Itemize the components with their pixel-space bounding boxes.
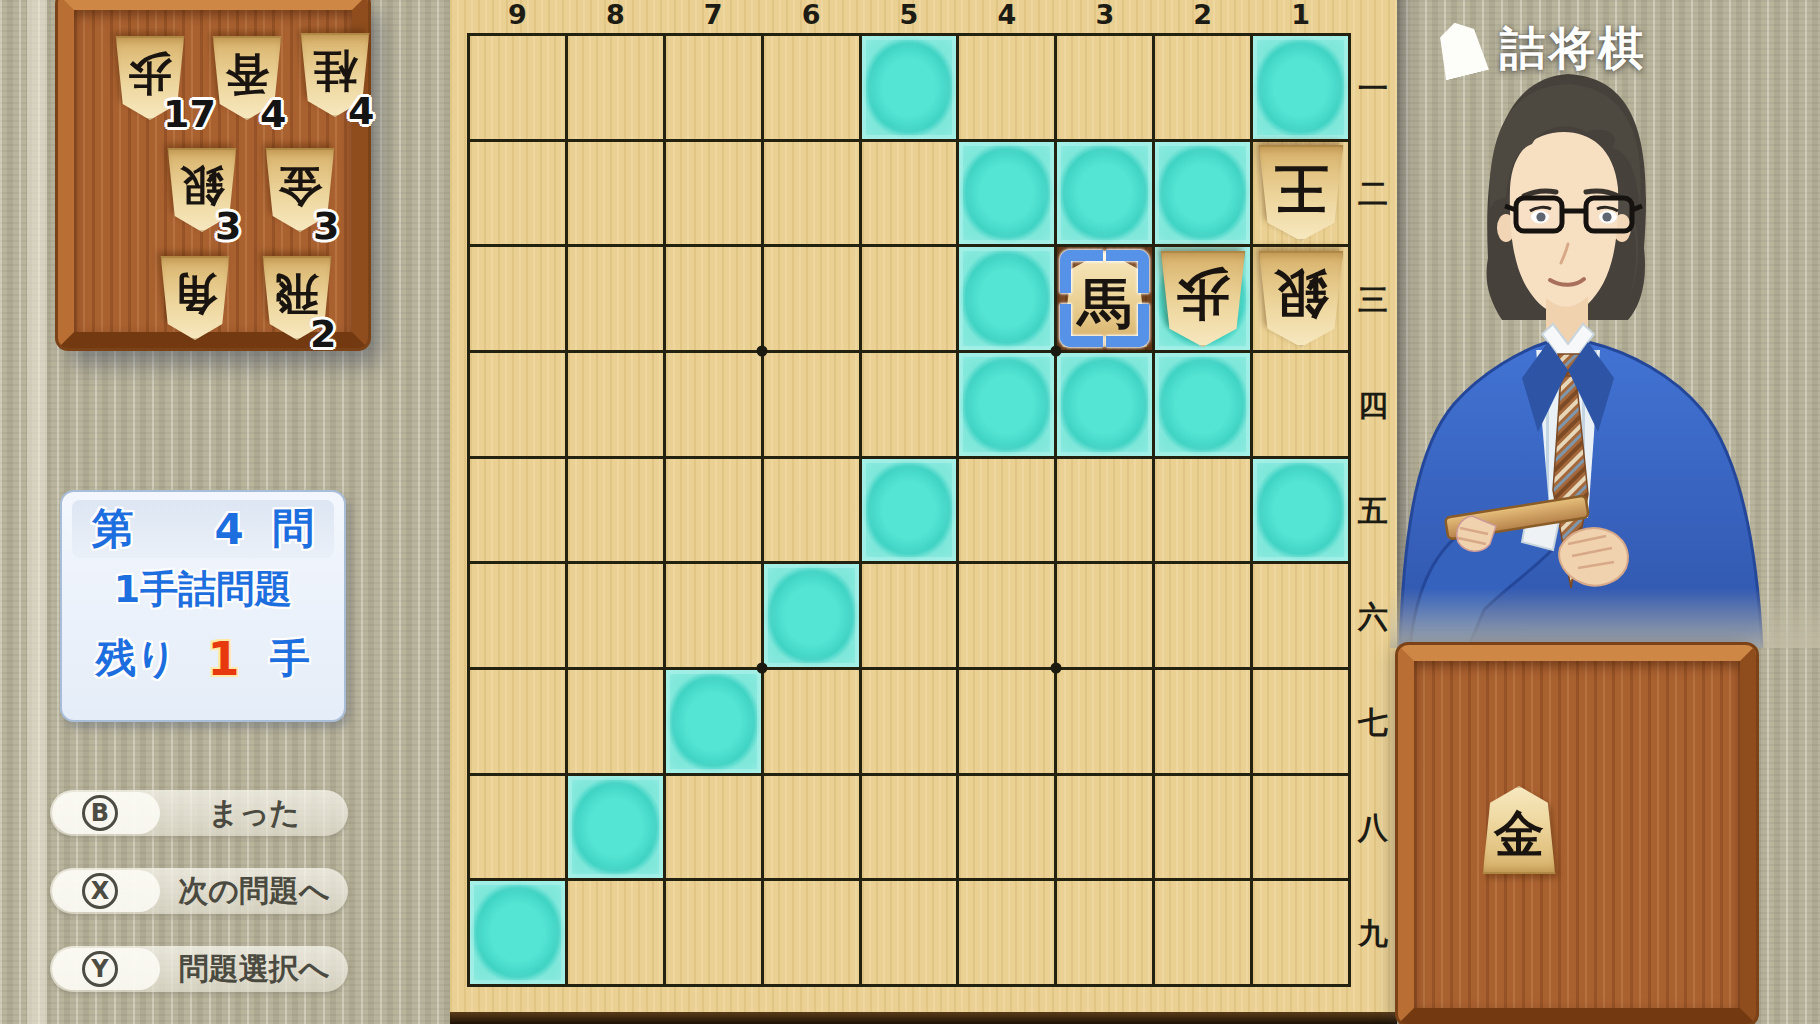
square-2-2[interactable]: [1155, 142, 1250, 245]
sente-promoted-bishop-piece[interactable]: 馬: [1062, 251, 1148, 347]
square-5-7[interactable]: [862, 670, 957, 773]
square-7-1[interactable]: [666, 36, 761, 139]
square-7-9[interactable]: [666, 881, 761, 984]
square-8-9[interactable]: [568, 881, 663, 984]
square-6-9[interactable]: [764, 881, 859, 984]
square-4-7[interactable]: [959, 670, 1054, 773]
square-8-7[interactable]: [568, 670, 663, 773]
square-5-3[interactable]: [862, 247, 957, 350]
square-7-6[interactable]: [666, 564, 761, 667]
file-label-7: 7: [704, 0, 723, 30]
square-3-3[interactable]: 馬: [1057, 247, 1152, 350]
square-4-1[interactable]: [959, 36, 1054, 139]
square-6-5[interactable]: [764, 459, 859, 562]
square-7-4[interactable]: [666, 353, 761, 456]
square-4-4[interactable]: [959, 353, 1054, 456]
square-9-6[interactable]: [470, 564, 565, 667]
square-5-1[interactable]: [862, 36, 957, 139]
square-8-2[interactable]: [568, 142, 663, 245]
file-label-5: 5: [900, 0, 919, 30]
square-8-8[interactable]: [568, 776, 663, 879]
square-8-3[interactable]: [568, 247, 663, 350]
square-2-1[interactable]: [1155, 36, 1250, 139]
problem-select-button-label: 問題選択へ: [168, 946, 340, 992]
rank-label-1: 一: [1358, 68, 1388, 109]
gamepad-x-icon: X: [82, 873, 118, 909]
rank-label-8: 八: [1358, 808, 1388, 849]
problem-type: 1手詰問題: [62, 564, 344, 615]
square-4-2[interactable]: [959, 142, 1054, 245]
square-8-6[interactable]: [568, 564, 663, 667]
background-light-band: [27, 0, 47, 1024]
gote-silver-piece: 銀: [1258, 251, 1344, 347]
square-3-1[interactable]: [1057, 36, 1152, 139]
problem-number-line: 第 4 問: [72, 500, 334, 558]
remaining-label: 残り: [96, 631, 177, 686]
square-3-6[interactable]: [1057, 564, 1152, 667]
rank-label-2: 二: [1358, 174, 1388, 215]
square-7-8[interactable]: [666, 776, 761, 879]
board-edge: [450, 1012, 1397, 1024]
undo-button-label: まった: [168, 790, 340, 836]
next-problem-button-label: 次の問題へ: [168, 868, 340, 914]
board-star-point: [1050, 663, 1061, 674]
square-1-6[interactable]: [1253, 564, 1348, 667]
rank-label-9: 九: [1358, 914, 1388, 955]
square-8-4[interactable]: [568, 353, 663, 456]
sente-hand-tray: [1398, 645, 1756, 1024]
square-1-5[interactable]: [1253, 459, 1348, 562]
problem-select-button[interactable]: Y 問題選択へ: [50, 946, 348, 992]
rank-label-4: 四: [1358, 385, 1388, 426]
square-1-9[interactable]: [1253, 881, 1348, 984]
square-6-8[interactable]: [764, 776, 859, 879]
app-title-text: 詰将棋: [1500, 18, 1647, 80]
shogi-board: 王馬歩銀: [467, 33, 1351, 987]
square-3-5[interactable]: [1057, 459, 1152, 562]
presenter-illustration: [1390, 48, 1820, 648]
square-6-3[interactable]: [764, 247, 859, 350]
square-9-2[interactable]: [470, 142, 565, 245]
gamepad-y-icon: Y: [82, 951, 118, 987]
tsume-shogi-screen: 王馬歩銀 987654321一二三四五六七八九: [0, 0, 1820, 1024]
square-2-4[interactable]: [1155, 353, 1250, 456]
file-label-9: 9: [508, 0, 527, 30]
file-label-3: 3: [1095, 0, 1114, 30]
app-title: 詰将棋: [1438, 18, 1647, 80]
square-9-1[interactable]: [470, 36, 565, 139]
gote-pawn-piece: 歩: [1160, 251, 1246, 347]
rank-label-7: 七: [1358, 702, 1388, 743]
problem-prefix: 第: [92, 501, 134, 557]
rank-label-6: 六: [1358, 597, 1388, 638]
file-label-4: 4: [997, 0, 1016, 30]
next-problem-button[interactable]: X 次の問題へ: [50, 868, 348, 914]
square-9-8[interactable]: [470, 776, 565, 879]
square-9-7[interactable]: [470, 670, 565, 773]
square-6-1[interactable]: [764, 36, 859, 139]
square-3-7[interactable]: [1057, 670, 1152, 773]
square-3-9[interactable]: [1057, 881, 1152, 984]
square-1-3[interactable]: 銀: [1253, 247, 1348, 350]
board-star-point: [1050, 346, 1061, 357]
square-2-7[interactable]: [1155, 670, 1250, 773]
square-6-7[interactable]: [764, 670, 859, 773]
file-label-1: 1: [1291, 0, 1310, 30]
rank-label-3: 三: [1358, 280, 1388, 321]
square-2-9[interactable]: [1155, 881, 1250, 984]
square-2-8[interactable]: [1155, 776, 1250, 879]
square-1-8[interactable]: [1253, 776, 1348, 879]
gote-hand-bishop: 角: [160, 256, 230, 340]
square-3-2[interactable]: [1057, 142, 1152, 245]
square-9-4[interactable]: [470, 353, 565, 456]
square-4-5[interactable]: [959, 459, 1054, 562]
file-label-8: 8: [606, 0, 625, 30]
remaining-value: 1: [207, 632, 239, 686]
square-4-3[interactable]: [959, 247, 1054, 350]
square-5-5[interactable]: [862, 459, 957, 562]
square-8-1[interactable]: [568, 36, 663, 139]
square-1-1[interactable]: [1253, 36, 1348, 139]
problem-number: 4: [214, 505, 243, 554]
square-6-4[interactable]: [764, 353, 859, 456]
square-9-5[interactable]: [470, 459, 565, 562]
square-7-5[interactable]: [666, 459, 761, 562]
shogi-piece-icon: [1432, 17, 1490, 81]
square-4-9[interactable]: [959, 881, 1054, 984]
square-9-9[interactable]: [470, 881, 565, 984]
sente-hand-gold[interactable]: 金: [1482, 786, 1556, 874]
square-2-3[interactable]: 歩: [1155, 247, 1250, 350]
square-5-2[interactable]: [862, 142, 957, 245]
remaining-moves-line: 残り 1 手: [62, 631, 344, 686]
square-6-2[interactable]: [764, 142, 859, 245]
remaining-suffix: 手: [270, 631, 310, 686]
square-7-3[interactable]: [666, 247, 761, 350]
square-4-6[interactable]: [959, 564, 1054, 667]
square-5-4[interactable]: [862, 353, 957, 456]
square-7-2[interactable]: [666, 142, 761, 245]
file-label-6: 6: [802, 0, 821, 30]
square-9-3[interactable]: [470, 247, 565, 350]
square-6-6[interactable]: [764, 564, 859, 667]
puzzle-info-panel: 第 4 問 1手詰問題 残り 1 手: [60, 490, 346, 722]
square-5-9[interactable]: [862, 881, 957, 984]
board-star-point: [757, 346, 768, 357]
square-2-6[interactable]: [1155, 564, 1250, 667]
board-star-point: [757, 663, 768, 674]
rank-label-5: 五: [1358, 491, 1388, 532]
file-label-2: 2: [1193, 0, 1212, 30]
square-2-5[interactable]: [1155, 459, 1250, 562]
square-1-2[interactable]: 王: [1253, 142, 1348, 245]
square-4-8[interactable]: [959, 776, 1054, 879]
square-7-7[interactable]: [666, 670, 761, 773]
square-8-5[interactable]: [568, 459, 663, 562]
problem-suffix: 問: [272, 501, 314, 557]
square-3-8[interactable]: [1057, 776, 1152, 879]
gamepad-b-icon: B: [82, 795, 118, 831]
gote-king-piece: 王: [1258, 145, 1344, 241]
square-1-4[interactable]: [1253, 353, 1348, 456]
square-5-6[interactable]: [862, 564, 957, 667]
undo-button[interactable]: B まった: [50, 790, 348, 836]
square-5-8[interactable]: [862, 776, 957, 879]
square-1-7[interactable]: [1253, 670, 1348, 773]
square-3-4[interactable]: [1057, 353, 1152, 456]
